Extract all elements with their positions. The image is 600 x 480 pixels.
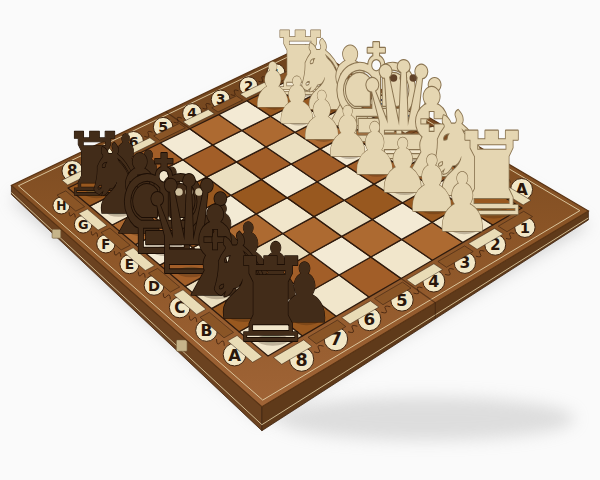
hinge bbox=[176, 340, 187, 351]
piece-glyph: ♜ bbox=[228, 233, 314, 369]
photo-stage: ABCDEFGH8765432187654321ABCDEFGH♜♟♞♟♝♟♚♟… bbox=[0, 0, 600, 480]
piece-glyph: ♟ bbox=[432, 155, 492, 249]
hinge bbox=[52, 229, 61, 238]
chess-set-photo: ABCDEFGH8765432187654321ABCDEFGH♜♟♞♟♝♟♚♟… bbox=[0, 0, 600, 480]
board-shadow-near bbox=[275, 397, 575, 441]
